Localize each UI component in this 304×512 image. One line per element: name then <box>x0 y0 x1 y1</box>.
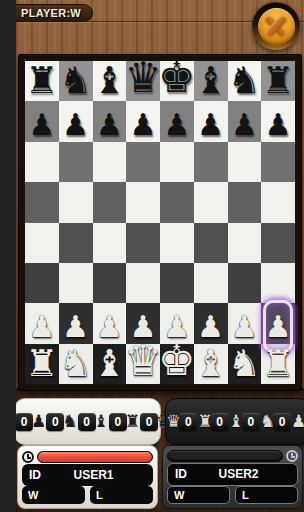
piece-black-bishop[interactable]: ♝ <box>93 62 126 99</box>
white-losses-box: L <box>90 486 153 504</box>
square-h3[interactable] <box>261 263 295 303</box>
capture-count: 0 <box>179 413 197 431</box>
square-e5[interactable] <box>160 182 194 222</box>
square-b3[interactable] <box>59 263 93 303</box>
close-x-icon <box>258 8 295 45</box>
square-f8[interactable]: ♝ <box>194 61 228 101</box>
piece-white-king[interactable]: ♚ <box>158 340 196 382</box>
game-screen: PLAYER:W ♜♞♝♛♚♝♞♜♟♟♟♟♟♟♟♟♟♟♟♟♟♟♟♟♜♞♝♛♚♝♞… <box>16 0 304 512</box>
white-timer-row <box>22 450 153 463</box>
square-b4[interactable] <box>59 223 93 263</box>
piece-white-bishop[interactable]: ♝ <box>194 345 227 382</box>
white-id-label: ID <box>29 468 41 482</box>
square-d6[interactable] <box>126 142 160 182</box>
piece-black-pawn[interactable]: ♟ <box>197 110 224 140</box>
black-player-card: ID USER2 W L <box>162 445 303 509</box>
piece-black-pawn[interactable]: ♟ <box>163 110 190 140</box>
piece-black-pawn[interactable]: ♟ <box>130 110 157 140</box>
square-g8[interactable]: ♞ <box>228 61 262 101</box>
chess-board: ♜♞♝♛♚♝♞♜♟♟♟♟♟♟♟♟♟♟♟♟♟♟♟♟♜♞♝♛♚♝♞♜ <box>19 55 301 390</box>
square-c6[interactable] <box>93 142 127 182</box>
white-timer-bar <box>37 451 153 463</box>
capture-count: 0 <box>242 413 260 431</box>
captured-white-bishop: ♝0 <box>229 413 260 431</box>
black-rook-icon: ♜ <box>125 413 140 430</box>
square-h1[interactable]: ♜ <box>261 344 295 384</box>
square-g4[interactable] <box>228 223 262 263</box>
square-f1[interactable]: ♝ <box>194 344 228 384</box>
piece-black-bishop[interactable]: ♝ <box>194 62 227 99</box>
square-a1[interactable]: ♜ <box>25 344 59 384</box>
piece-black-knight[interactable]: ♞ <box>59 62 92 99</box>
white-record-row: W L <box>22 486 153 504</box>
piece-white-pawn[interactable]: ♟ <box>62 312 89 342</box>
square-a5[interactable] <box>25 182 59 222</box>
black-pawn-icon: ♟ <box>31 413 46 430</box>
captured-black-bishop: 0♝ <box>78 413 109 431</box>
square-h7[interactable]: ♟ <box>261 101 295 141</box>
captured-white-knight: ♞0 <box>260 413 291 431</box>
square-f7[interactable]: ♟ <box>194 101 228 141</box>
square-b7[interactable]: ♟ <box>59 101 93 141</box>
white-timer-fill <box>38 452 152 462</box>
square-c1[interactable]: ♝ <box>93 344 127 384</box>
piece-white-rook[interactable]: ♜ <box>25 345 58 382</box>
piece-white-bishop[interactable]: ♝ <box>93 345 126 382</box>
piece-white-knight[interactable]: ♞ <box>228 345 261 382</box>
black-losses-box: L <box>235 486 298 504</box>
captured-white-pawn: ♟0 <box>291 413 304 431</box>
square-a2[interactable]: ♟ <box>25 303 59 343</box>
black-wins-box: W <box>167 486 230 504</box>
piece-black-pawn[interactable]: ♟ <box>28 110 55 140</box>
square-g3[interactable] <box>228 263 262 303</box>
clock-icon <box>22 451 34 463</box>
square-e7[interactable]: ♟ <box>160 101 194 141</box>
black-id-label: ID <box>175 467 187 481</box>
player-turn-badge: PLAYER:W <box>16 4 93 22</box>
captured-white-queen: ♛0 <box>166 413 197 431</box>
black-bishop-icon: ♝ <box>94 413 109 430</box>
captured-black-knight: 0♞ <box>46 413 77 431</box>
piece-white-rook[interactable]: ♜ <box>262 345 295 382</box>
square-b5[interactable] <box>59 182 93 222</box>
square-g5[interactable] <box>228 182 262 222</box>
square-f6[interactable] <box>194 142 228 182</box>
square-g6[interactable] <box>228 142 262 182</box>
black-timer-row <box>167 450 298 463</box>
piece-black-rook[interactable]: ♜ <box>25 62 58 99</box>
piece-white-knight[interactable]: ♞ <box>59 345 92 382</box>
board-squares: ♜♞♝♛♚♝♞♜♟♟♟♟♟♟♟♟♟♟♟♟♟♟♟♟♜♞♝♛♚♝♞♜ <box>25 61 295 384</box>
piece-white-pawn[interactable]: ♟ <box>96 312 123 342</box>
square-b2[interactable]: ♟ <box>59 303 93 343</box>
piece-white-pawn[interactable]: ♟ <box>197 312 224 342</box>
piece-white-pawn[interactable]: ♟ <box>231 312 258 342</box>
white-id-bar: ID USER1 <box>22 464 153 486</box>
square-a3[interactable] <box>25 263 59 303</box>
square-e8[interactable]: ♚ <box>160 61 194 101</box>
square-f3[interactable] <box>194 263 228 303</box>
captured-black-rook: 0♜ <box>109 413 140 431</box>
clock-icon <box>286 450 298 462</box>
piece-black-pawn[interactable]: ♟ <box>62 110 89 140</box>
square-h2[interactable]: ♟ <box>261 303 295 343</box>
square-g2[interactable]: ♟ <box>228 303 262 343</box>
square-h4[interactable] <box>261 223 295 263</box>
white-pawn-icon: ♟ <box>291 413 304 430</box>
piece-black-pawn[interactable]: ♟ <box>265 110 292 140</box>
square-d4[interactable] <box>126 223 160 263</box>
square-c2[interactable]: ♟ <box>93 303 127 343</box>
square-c3[interactable] <box>93 263 127 303</box>
piece-white-pawn[interactable]: ♟ <box>28 312 55 342</box>
black-timer-bar <box>167 450 283 462</box>
capture-count: 0 <box>273 413 291 431</box>
piece-black-knight[interactable]: ♞ <box>228 62 261 99</box>
square-f4[interactable] <box>194 223 228 263</box>
black-record-row: W L <box>167 486 298 504</box>
square-b8[interactable]: ♞ <box>59 61 93 101</box>
square-e4[interactable] <box>160 223 194 263</box>
square-d5[interactable] <box>126 182 160 222</box>
piece-white-pawn[interactable]: ♟ <box>265 312 292 342</box>
white-wins-box: W <box>22 486 85 504</box>
captured-black-pieces-tray: 0♟0♞0♝0♜0♛ <box>16 398 161 445</box>
square-a6[interactable] <box>25 142 59 182</box>
square-d3[interactable] <box>126 263 160 303</box>
square-b6[interactable] <box>59 142 93 182</box>
piece-black-pawn[interactable]: ♟ <box>96 110 123 140</box>
captured-white-pieces-tray: ♛0♜0♝0♞0♟0 <box>165 398 304 445</box>
square-a7[interactable]: ♟ <box>25 101 59 141</box>
piece-black-king[interactable]: ♚ <box>158 57 196 99</box>
square-f5[interactable] <box>194 182 228 222</box>
square-h8[interactable]: ♜ <box>261 61 295 101</box>
square-e1[interactable]: ♚ <box>160 344 194 384</box>
square-g7[interactable]: ♟ <box>228 101 262 141</box>
square-d1[interactable]: ♛ <box>126 344 160 384</box>
piece-black-pawn[interactable]: ♟ <box>231 110 258 140</box>
white-player-name: USER1 <box>41 468 146 482</box>
captured-black-pawn: 0♟ <box>16 413 46 431</box>
square-e3[interactable] <box>160 263 194 303</box>
black-knight-icon: ♞ <box>62 413 77 430</box>
square-f2[interactable]: ♟ <box>194 303 228 343</box>
square-d8[interactable]: ♛ <box>126 61 160 101</box>
square-a4[interactable] <box>25 223 59 263</box>
capture-count: 0 <box>211 413 229 431</box>
square-c8[interactable]: ♝ <box>93 61 127 101</box>
square-c5[interactable] <box>93 182 127 222</box>
black-id-bar: ID USER2 <box>167 463 298 486</box>
piece-black-rook[interactable]: ♜ <box>262 62 295 99</box>
square-h5[interactable] <box>261 182 295 222</box>
square-a8[interactable]: ♜ <box>25 61 59 101</box>
black-player-name: USER2 <box>187 467 290 481</box>
square-c4[interactable] <box>93 223 127 263</box>
square-b1[interactable]: ♞ <box>59 344 93 384</box>
square-c7[interactable]: ♟ <box>93 101 127 141</box>
square-g1[interactable]: ♞ <box>228 344 262 384</box>
square-d7[interactable]: ♟ <box>126 101 160 141</box>
captured-white-rook: ♜0 <box>197 413 228 431</box>
square-e6[interactable] <box>160 142 194 182</box>
white-player-card: ID USER1 W L <box>17 445 158 509</box>
square-h6[interactable] <box>261 142 295 182</box>
close-button[interactable] <box>252 2 300 50</box>
piece-black-queen[interactable]: ♛ <box>124 57 162 99</box>
piece-white-queen[interactable]: ♛ <box>124 340 162 382</box>
